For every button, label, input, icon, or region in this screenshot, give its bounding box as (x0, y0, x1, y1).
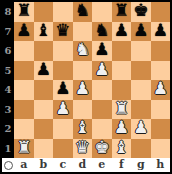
square-d2[interactable]: ♝ (73, 119, 93, 139)
file-label-h: h (151, 158, 171, 172)
square-b7[interactable]: ♝ (34, 22, 54, 42)
square-f8[interactable]: ♜ (112, 2, 132, 22)
black-rook-a8[interactable]: ♜ (16, 2, 31, 21)
square-c5[interactable] (53, 61, 73, 81)
white-knight-d6[interactable]: ♞ (75, 41, 90, 60)
file-label-e: e (92, 158, 112, 172)
square-h7[interactable]: ♟ (151, 22, 171, 42)
square-c6[interactable] (53, 41, 73, 61)
square-d7[interactable] (73, 22, 93, 42)
black-rook-f8[interactable]: ♜ (114, 2, 129, 21)
square-c7[interactable]: ♛ (53, 22, 73, 42)
file-label-g: g (131, 158, 151, 172)
square-h8[interactable] (151, 2, 171, 22)
square-c8[interactable] (53, 2, 73, 22)
white-to-move-indicator (2, 158, 14, 172)
square-g6[interactable] (131, 41, 151, 61)
black-bishop-b7[interactable]: ♝ (36, 22, 51, 41)
to-move-circle-icon (4, 161, 13, 170)
square-c1[interactable] (53, 139, 73, 159)
square-e3[interactable] (92, 100, 112, 120)
file-label-c: c (53, 158, 73, 172)
file-label-a: a (14, 158, 34, 172)
square-h6[interactable] (151, 41, 171, 61)
white-pawn-g2[interactable]: ♟ (133, 119, 148, 138)
square-b1[interactable] (34, 139, 54, 159)
square-e6[interactable]: ♟ (92, 41, 112, 61)
white-bishop-f1[interactable]: ♝ (114, 139, 129, 158)
rank-label-1: 1 (2, 139, 14, 159)
rank-label-4: 4 (2, 80, 14, 100)
chess-board: 8♜♞♜♚7♟♝♛♞♟♟♟6♞♟5♟♟4♟♟♟3♟♜2♝♟♟1♜♛♚♝abcde… (2, 2, 170, 172)
square-h5[interactable] (151, 61, 171, 81)
square-d8[interactable]: ♞ (73, 2, 93, 22)
square-b3[interactable] (34, 100, 54, 120)
square-g3[interactable] (131, 100, 151, 120)
white-king-e1[interactable]: ♚ (94, 139, 109, 158)
square-e8[interactable] (92, 2, 112, 22)
square-a2[interactable] (14, 119, 34, 139)
square-d4[interactable]: ♟ (73, 80, 93, 100)
rank-label-6: 6 (2, 41, 14, 61)
white-queen-d1[interactable]: ♛ (75, 139, 90, 158)
square-e1[interactable]: ♚ (92, 139, 112, 159)
square-b5[interactable]: ♟ (34, 61, 54, 81)
square-c4[interactable]: ♟ (53, 80, 73, 100)
square-b8[interactable] (34, 2, 54, 22)
white-pawn-h4[interactable]: ♟ (153, 80, 168, 99)
square-d6[interactable]: ♞ (73, 41, 93, 61)
black-pawn-b5[interactable]: ♟ (36, 61, 51, 80)
square-f1[interactable]: ♝ (112, 139, 132, 159)
rank-label-3: 3 (2, 100, 14, 120)
square-a8[interactable]: ♜ (14, 2, 34, 22)
square-g7[interactable]: ♟ (131, 22, 151, 42)
square-d1[interactable]: ♛ (73, 139, 93, 159)
rank-label-8: 8 (2, 2, 14, 22)
file-label-d: d (73, 158, 93, 172)
square-f2[interactable]: ♟ (112, 119, 132, 139)
black-knight-d8[interactable]: ♞ (75, 2, 90, 21)
square-d3[interactable] (73, 100, 93, 120)
black-pawn-f7[interactable]: ♟ (114, 22, 129, 41)
square-c3[interactable]: ♟ (53, 100, 73, 120)
square-f6[interactable] (112, 41, 132, 61)
black-king-g8[interactable]: ♚ (133, 2, 148, 21)
square-f7[interactable]: ♟ (112, 22, 132, 42)
black-pawn-a7[interactable]: ♟ (16, 22, 31, 41)
square-h4[interactable]: ♟ (151, 80, 171, 100)
black-pawn-e6[interactable]: ♟ (94, 41, 109, 60)
square-c2[interactable] (53, 119, 73, 139)
square-a3[interactable] (14, 100, 34, 120)
white-rook-f3[interactable]: ♜ (114, 100, 129, 119)
chess-diagram: 8♜♞♜♚7♟♝♛♞♟♟♟6♞♟5♟♟4♟♟♟3♟♜2♝♟♟1♜♛♚♝abcde… (0, 0, 172, 174)
file-label-b: b (34, 158, 54, 172)
file-label-f: f (112, 158, 132, 172)
square-e5[interactable]: ♟ (92, 61, 112, 81)
square-b2[interactable] (34, 119, 54, 139)
square-b6[interactable] (34, 41, 54, 61)
white-pawn-d4[interactable]: ♟ (75, 80, 90, 99)
square-a7[interactable]: ♟ (14, 22, 34, 42)
square-e7[interactable]: ♞ (92, 22, 112, 42)
square-a6[interactable] (14, 41, 34, 61)
square-h2[interactable] (151, 119, 171, 139)
black-queen-c7[interactable]: ♛ (55, 22, 70, 41)
square-g8[interactable]: ♚ (131, 2, 151, 22)
black-pawn-h7[interactable]: ♟ (153, 22, 168, 41)
square-g5[interactable] (131, 61, 151, 81)
white-bishop-d2[interactable]: ♝ (75, 119, 90, 138)
square-g1[interactable] (131, 139, 151, 159)
square-e2[interactable] (92, 119, 112, 139)
square-d5[interactable] (73, 61, 93, 81)
square-a5[interactable] (14, 61, 34, 81)
white-pawn-e5[interactable]: ♟ (94, 61, 109, 80)
square-a4[interactable] (14, 80, 34, 100)
square-b4[interactable] (34, 80, 54, 100)
black-knight-e7[interactable]: ♞ (94, 22, 109, 41)
black-pawn-g7[interactable]: ♟ (133, 22, 148, 41)
square-f4[interactable] (112, 80, 132, 100)
rank-label-5: 5 (2, 61, 14, 81)
square-h3[interactable] (151, 100, 171, 120)
white-pawn-c3[interactable]: ♟ (55, 100, 70, 119)
square-h1[interactable] (151, 139, 171, 159)
rank-label-7: 7 (2, 22, 14, 42)
white-pawn-f2[interactable]: ♟ (114, 119, 129, 138)
square-f3[interactable]: ♜ (112, 100, 132, 120)
square-g4[interactable] (131, 80, 151, 100)
rank-label-2: 2 (2, 119, 14, 139)
square-e4[interactable] (92, 80, 112, 100)
square-f5[interactable] (112, 61, 132, 81)
white-rook-a1[interactable]: ♜ (16, 139, 31, 158)
black-pawn-c4[interactable]: ♟ (55, 80, 70, 99)
square-a1[interactable]: ♜ (14, 139, 34, 159)
square-g2[interactable]: ♟ (131, 119, 151, 139)
